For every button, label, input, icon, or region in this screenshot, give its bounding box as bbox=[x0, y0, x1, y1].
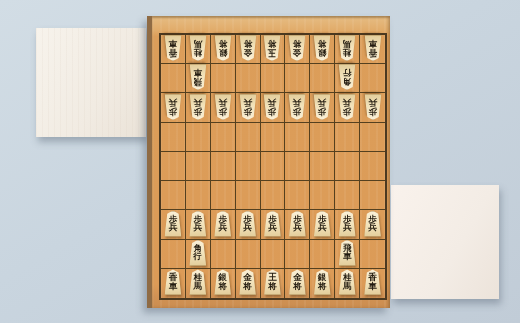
kanji-char: 兵 bbox=[318, 223, 327, 232]
square-9i[interactable]: 香車 bbox=[161, 269, 186, 298]
kanji-char: 兵 bbox=[268, 99, 277, 108]
piece-kanji: 金将 bbox=[238, 269, 257, 295]
shogi-piece-sente[interactable]: 飛車 bbox=[338, 240, 357, 266]
square-2g[interactable]: 歩兵 bbox=[335, 210, 360, 239]
shogi-piece-sente[interactable]: 角行 bbox=[188, 240, 207, 266]
kanji-char: 将 bbox=[293, 40, 302, 49]
piece-kanji: 歩兵 bbox=[263, 94, 282, 120]
square-7b[interactable] bbox=[211, 64, 236, 93]
piece-kanji: 金将 bbox=[288, 35, 307, 61]
kanji-char: 歩 bbox=[194, 107, 203, 116]
shogi-piece-gote[interactable]: 歩兵 bbox=[188, 94, 207, 120]
piece-kanji: 歩兵 bbox=[213, 211, 232, 237]
square-7i[interactable]: 銀将 bbox=[211, 269, 236, 298]
kanji-char: 歩 bbox=[169, 107, 178, 116]
piece-kanji: 歩兵 bbox=[363, 94, 382, 120]
shogi-piece-gote[interactable]: 銀将 bbox=[313, 35, 332, 61]
square-8b[interactable]: 飛車 bbox=[186, 64, 211, 93]
kanji-char: 銀 bbox=[218, 49, 227, 58]
square-1b[interactable] bbox=[360, 64, 385, 93]
kanji-char: 兵 bbox=[218, 99, 227, 108]
kanji-char: 兵 bbox=[293, 223, 302, 232]
square-9d[interactable] bbox=[161, 123, 186, 152]
shogi-piece-sente[interactable]: 王将 bbox=[263, 269, 282, 295]
piece-kanji: 歩兵 bbox=[338, 211, 357, 237]
square-3g[interactable]: 歩兵 bbox=[310, 210, 335, 239]
kanji-char: 金 bbox=[243, 49, 252, 58]
kanji-char: 桂 bbox=[343, 49, 352, 58]
piece-kanji: 金将 bbox=[288, 269, 307, 295]
piece-kanji: 歩兵 bbox=[163, 94, 182, 120]
square-4f[interactable] bbox=[285, 181, 310, 210]
shogi-piece-sente[interactable]: 金将 bbox=[288, 269, 307, 295]
shogi-piece-sente[interactable]: 桂馬 bbox=[188, 269, 207, 295]
shogi-piece-gote[interactable]: 歩兵 bbox=[238, 94, 257, 120]
square-9f[interactable] bbox=[161, 181, 186, 210]
shogi-piece-gote[interactable]: 桂馬 bbox=[338, 35, 357, 61]
square-5d[interactable] bbox=[261, 123, 286, 152]
square-8c[interactable]: 歩兵 bbox=[186, 93, 211, 122]
square-3d[interactable] bbox=[310, 123, 335, 152]
kanji-char: 兵 bbox=[368, 99, 377, 108]
shogi-board-grid: 香車桂馬銀将金将玉将金将銀将桂馬香車飛車角行歩兵歩兵歩兵歩兵歩兵歩兵歩兵歩兵歩兵… bbox=[159, 33, 387, 300]
square-6g[interactable]: 歩兵 bbox=[236, 210, 261, 239]
square-2a[interactable]: 桂馬 bbox=[335, 35, 360, 64]
square-5b[interactable] bbox=[261, 64, 286, 93]
kanji-char: 車 bbox=[169, 282, 178, 291]
kanji-char: 兵 bbox=[343, 99, 352, 108]
square-6d[interactable] bbox=[236, 123, 261, 152]
piece-kanji: 歩兵 bbox=[313, 211, 332, 237]
piece-kanji: 桂馬 bbox=[188, 35, 207, 61]
shogi-piece-sente[interactable]: 歩兵 bbox=[363, 211, 382, 237]
square-7a[interactable]: 銀将 bbox=[211, 35, 236, 64]
kanji-char: 将 bbox=[218, 282, 227, 291]
piece-kanji: 歩兵 bbox=[263, 211, 282, 237]
piece-kanji: 桂馬 bbox=[188, 269, 207, 295]
shogi-piece-gote[interactable]: 飛車 bbox=[188, 64, 207, 90]
square-4b[interactable] bbox=[285, 64, 310, 93]
square-4g[interactable]: 歩兵 bbox=[285, 210, 310, 239]
piece-kanji: 角行 bbox=[338, 64, 357, 90]
shogi-piece-gote[interactable]: 歩兵 bbox=[213, 94, 232, 120]
kanji-char: 車 bbox=[368, 40, 377, 49]
komadai-gote bbox=[36, 28, 146, 137]
shogi-piece-gote[interactable]: 角行 bbox=[338, 64, 357, 90]
piece-kanji: 香車 bbox=[363, 269, 382, 295]
square-9h[interactable] bbox=[161, 240, 186, 269]
square-8i[interactable]: 桂馬 bbox=[186, 269, 211, 298]
square-4a[interactable]: 金将 bbox=[285, 35, 310, 64]
piece-kanji: 銀将 bbox=[313, 35, 332, 61]
shogi-piece-gote[interactable]: 桂馬 bbox=[188, 35, 207, 61]
square-1h[interactable] bbox=[360, 240, 385, 269]
square-1a[interactable]: 香車 bbox=[360, 35, 385, 64]
square-3i[interactable]: 銀将 bbox=[310, 269, 335, 298]
shogi-piece-sente[interactable]: 銀将 bbox=[313, 269, 332, 295]
kanji-char: 歩 bbox=[243, 107, 252, 116]
kanji-char: 馬 bbox=[343, 40, 352, 49]
kanji-char: 将 bbox=[268, 282, 277, 291]
square-6h[interactable] bbox=[236, 240, 261, 269]
shogi-board: 香車桂馬銀将金将玉将金将銀将桂馬香車飛車角行歩兵歩兵歩兵歩兵歩兵歩兵歩兵歩兵歩兵… bbox=[147, 16, 390, 308]
shogi-piece-sente[interactable]: 歩兵 bbox=[338, 211, 357, 237]
square-7f[interactable] bbox=[211, 181, 236, 210]
square-3b[interactable] bbox=[310, 64, 335, 93]
square-3f[interactable] bbox=[310, 181, 335, 210]
square-8h[interactable]: 角行 bbox=[186, 240, 211, 269]
kanji-char: 兵 bbox=[293, 99, 302, 108]
square-4c[interactable]: 歩兵 bbox=[285, 93, 310, 122]
shogi-piece-gote[interactable]: 歩兵 bbox=[288, 94, 307, 120]
kanji-char: 銀 bbox=[318, 49, 327, 58]
shogi-piece-sente[interactable]: 香車 bbox=[363, 269, 382, 295]
square-9c[interactable]: 歩兵 bbox=[161, 93, 186, 122]
square-6e[interactable] bbox=[236, 152, 261, 181]
kanji-char: 金 bbox=[293, 49, 302, 58]
piece-kanji: 桂馬 bbox=[338, 35, 357, 61]
piece-kanji: 金将 bbox=[238, 35, 257, 61]
square-2h[interactable]: 飛車 bbox=[335, 240, 360, 269]
kanji-char: 将 bbox=[318, 40, 327, 49]
piece-kanji: 桂馬 bbox=[338, 269, 357, 295]
shogi-piece-gote[interactable]: 金将 bbox=[238, 35, 257, 61]
square-9b[interactable] bbox=[161, 64, 186, 93]
piece-kanji: 歩兵 bbox=[338, 94, 357, 120]
square-5g[interactable]: 歩兵 bbox=[261, 210, 286, 239]
kanji-char: 桂 bbox=[194, 49, 203, 58]
kanji-char: 馬 bbox=[194, 282, 203, 291]
shogi-piece-sente[interactable]: 歩兵 bbox=[238, 211, 257, 237]
square-4e[interactable] bbox=[285, 152, 310, 181]
kanji-char: 将 bbox=[318, 282, 327, 291]
square-8e[interactable] bbox=[186, 152, 211, 181]
square-5e[interactable] bbox=[261, 152, 286, 181]
kanji-char: 玉 bbox=[268, 49, 277, 58]
shogi-piece-sente[interactable]: 金将 bbox=[238, 269, 257, 295]
kanji-char: 歩 bbox=[318, 107, 327, 116]
shogi-piece-sente[interactable]: 歩兵 bbox=[288, 211, 307, 237]
shogi-piece-gote[interactable]: 歩兵 bbox=[263, 94, 282, 120]
kanji-char: 兵 bbox=[194, 223, 203, 232]
piece-kanji: 香車 bbox=[163, 269, 182, 295]
square-7g[interactable]: 歩兵 bbox=[211, 210, 236, 239]
piece-kanji: 銀将 bbox=[313, 269, 332, 295]
piece-kanji: 歩兵 bbox=[363, 211, 382, 237]
square-7h[interactable] bbox=[211, 240, 236, 269]
square-5a[interactable]: 玉将 bbox=[261, 35, 286, 64]
square-3a[interactable]: 銀将 bbox=[310, 35, 335, 64]
square-8a[interactable]: 桂馬 bbox=[186, 35, 211, 64]
piece-kanji: 飛車 bbox=[338, 240, 357, 266]
kanji-char: 兵 bbox=[194, 99, 203, 108]
square-1f[interactable] bbox=[360, 181, 385, 210]
shogi-piece-sente[interactable]: 歩兵 bbox=[313, 211, 332, 237]
square-4i[interactable]: 金将 bbox=[285, 269, 310, 298]
square-3e[interactable] bbox=[310, 152, 335, 181]
kanji-char: 将 bbox=[218, 40, 227, 49]
square-6f[interactable] bbox=[236, 181, 261, 210]
square-2d[interactable] bbox=[335, 123, 360, 152]
kanji-char: 馬 bbox=[194, 40, 203, 49]
shogi-piece-gote[interactable]: 玉将 bbox=[263, 35, 282, 61]
kanji-char: 兵 bbox=[169, 223, 178, 232]
square-6a[interactable]: 金将 bbox=[236, 35, 261, 64]
square-1g[interactable]: 歩兵 bbox=[360, 210, 385, 239]
square-9a[interactable]: 香車 bbox=[161, 35, 186, 64]
kanji-char: 歩 bbox=[343, 107, 352, 116]
kanji-char: 将 bbox=[293, 282, 302, 291]
square-4d[interactable] bbox=[285, 123, 310, 152]
piece-kanji: 香車 bbox=[363, 35, 382, 61]
piece-kanji: 歩兵 bbox=[288, 94, 307, 120]
shogi-piece-gote[interactable]: 金将 bbox=[288, 35, 307, 61]
piece-kanji: 歩兵 bbox=[313, 94, 332, 120]
kanji-char: 兵 bbox=[268, 223, 277, 232]
square-6c[interactable]: 歩兵 bbox=[236, 93, 261, 122]
square-1i[interactable]: 香車 bbox=[360, 269, 385, 298]
square-5c[interactable]: 歩兵 bbox=[261, 93, 286, 122]
kanji-char: 兵 bbox=[218, 223, 227, 232]
shogi-piece-gote[interactable]: 歩兵 bbox=[363, 94, 382, 120]
shogi-piece-gote[interactable]: 歩兵 bbox=[163, 94, 182, 120]
piece-kanji: 歩兵 bbox=[163, 211, 182, 237]
kanji-char: 歩 bbox=[268, 107, 277, 116]
square-9e[interactable] bbox=[161, 152, 186, 181]
kanji-char: 香 bbox=[368, 49, 377, 58]
kanji-char: 車 bbox=[368, 282, 377, 291]
piece-kanji: 香車 bbox=[163, 35, 182, 61]
kanji-char: 兵 bbox=[169, 99, 178, 108]
kanji-char: 将 bbox=[243, 40, 252, 49]
kanji-char: 車 bbox=[343, 252, 352, 261]
piece-kanji: 歩兵 bbox=[213, 94, 232, 120]
piece-kanji: 歩兵 bbox=[188, 211, 207, 237]
square-2e[interactable] bbox=[335, 152, 360, 181]
shogi-piece-sente[interactable]: 歩兵 bbox=[263, 211, 282, 237]
kanji-char: 行 bbox=[194, 252, 203, 261]
piece-kanji: 歩兵 bbox=[238, 94, 257, 120]
kanji-char: 兵 bbox=[243, 99, 252, 108]
shogi-piece-gote[interactable]: 香車 bbox=[163, 35, 182, 61]
kanji-char: 兵 bbox=[318, 99, 327, 108]
square-8d[interactable] bbox=[186, 123, 211, 152]
square-9g[interactable]: 歩兵 bbox=[161, 210, 186, 239]
photo-background: 香車桂馬銀将金将玉将金将銀将桂馬香車飛車角行歩兵歩兵歩兵歩兵歩兵歩兵歩兵歩兵歩兵… bbox=[0, 0, 520, 323]
square-5h[interactable] bbox=[261, 240, 286, 269]
square-2b[interactable]: 角行 bbox=[335, 64, 360, 93]
piece-kanji: 歩兵 bbox=[288, 211, 307, 237]
piece-kanji: 銀将 bbox=[213, 35, 232, 61]
square-5f[interactable] bbox=[261, 181, 286, 210]
shogi-piece-sente[interactable]: 歩兵 bbox=[213, 211, 232, 237]
kanji-char: 飛 bbox=[194, 78, 203, 87]
square-5i[interactable]: 王将 bbox=[261, 269, 286, 298]
square-3c[interactable]: 歩兵 bbox=[310, 93, 335, 122]
kanji-char: 歩 bbox=[368, 107, 377, 116]
square-8f[interactable] bbox=[186, 181, 211, 210]
square-1e[interactable] bbox=[360, 152, 385, 181]
square-7c[interactable]: 歩兵 bbox=[211, 93, 236, 122]
shogi-piece-gote[interactable]: 香車 bbox=[363, 35, 382, 61]
kanji-char: 兵 bbox=[243, 223, 252, 232]
square-4h[interactable] bbox=[285, 240, 310, 269]
piece-kanji: 歩兵 bbox=[238, 211, 257, 237]
komadai-sente bbox=[391, 185, 499, 299]
piece-kanji: 銀将 bbox=[213, 269, 232, 295]
kanji-char: 馬 bbox=[343, 282, 352, 291]
kanji-char: 将 bbox=[268, 40, 277, 49]
shogi-piece-gote[interactable]: 歩兵 bbox=[338, 94, 357, 120]
square-7d[interactable] bbox=[211, 123, 236, 152]
piece-kanji: 角行 bbox=[188, 240, 207, 266]
kanji-char: 将 bbox=[243, 282, 252, 291]
piece-kanji: 飛車 bbox=[188, 64, 207, 90]
kanji-char: 兵 bbox=[343, 223, 352, 232]
kanji-char: 歩 bbox=[218, 107, 227, 116]
shogi-piece-gote[interactable]: 銀将 bbox=[213, 35, 232, 61]
square-2f[interactable] bbox=[335, 181, 360, 210]
kanji-char: 角 bbox=[343, 78, 352, 87]
square-1d[interactable] bbox=[360, 123, 385, 152]
square-7e[interactable] bbox=[211, 152, 236, 181]
square-6i[interactable]: 金将 bbox=[236, 269, 261, 298]
piece-kanji: 玉将 bbox=[263, 35, 282, 61]
square-2i[interactable]: 桂馬 bbox=[335, 269, 360, 298]
kanji-char: 兵 bbox=[368, 223, 377, 232]
piece-kanji: 歩兵 bbox=[188, 94, 207, 120]
square-2c[interactable]: 歩兵 bbox=[335, 93, 360, 122]
kanji-char: 香 bbox=[169, 49, 178, 58]
kanji-char: 歩 bbox=[293, 107, 302, 116]
kanji-char: 車 bbox=[194, 69, 203, 78]
square-8g[interactable]: 歩兵 bbox=[186, 210, 211, 239]
shogi-piece-gote[interactable]: 歩兵 bbox=[313, 94, 332, 120]
shogi-piece-sente[interactable]: 銀将 bbox=[213, 269, 232, 295]
kanji-char: 行 bbox=[343, 69, 352, 78]
square-3h[interactable] bbox=[310, 240, 335, 269]
square-6b[interactable] bbox=[236, 64, 261, 93]
square-1c[interactable]: 歩兵 bbox=[360, 93, 385, 122]
shogi-piece-sente[interactable]: 桂馬 bbox=[338, 269, 357, 295]
kanji-char: 車 bbox=[169, 40, 178, 49]
shogi-piece-sente[interactable]: 歩兵 bbox=[163, 211, 182, 237]
shogi-piece-sente[interactable]: 香車 bbox=[163, 269, 182, 295]
piece-kanji: 王将 bbox=[263, 269, 282, 295]
shogi-piece-sente[interactable]: 歩兵 bbox=[188, 211, 207, 237]
